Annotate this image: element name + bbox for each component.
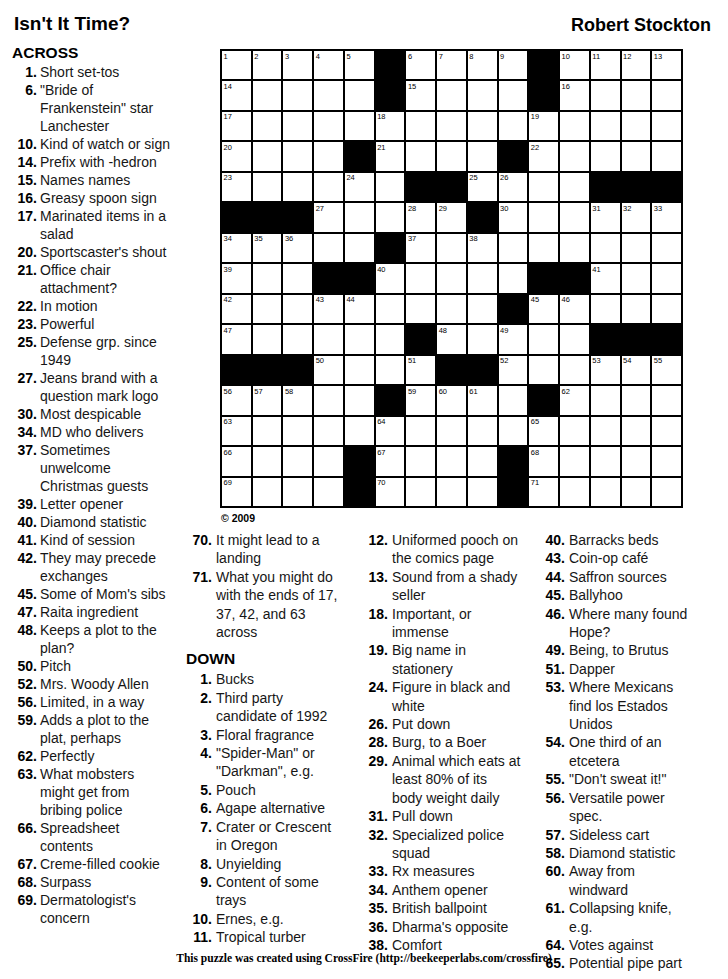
cell-r3c3[interactable] bbox=[283, 112, 312, 140]
cell-r1c8[interactable]: 7 bbox=[437, 51, 466, 79]
clue-text: Most despicable bbox=[40, 405, 170, 423]
cell-r9c9[interactable] bbox=[468, 295, 497, 323]
clue-number: 12. bbox=[362, 531, 388, 549]
cell-r13c1[interactable]: 63 bbox=[222, 417, 251, 445]
cell-r12c2[interactable]: 57 bbox=[253, 386, 282, 414]
cell-r2c10[interactable] bbox=[499, 81, 528, 109]
cell-r6c15[interactable]: 33 bbox=[652, 203, 681, 231]
cell-r10c9[interactable] bbox=[468, 325, 497, 353]
cell-r15c6[interactable]: 70 bbox=[376, 478, 405, 506]
clue-across-14: 14.Prefix with -hedron bbox=[12, 153, 182, 171]
cell-r2c3[interactable] bbox=[283, 81, 312, 109]
clue-down-58: 58.Diamond statistic bbox=[540, 844, 706, 862]
cell-r6c5[interactable] bbox=[345, 203, 374, 231]
cell-r1c3[interactable]: 3 bbox=[283, 51, 312, 79]
clue-across-22: 22.In motion bbox=[12, 297, 182, 315]
cell-r14c9[interactable] bbox=[468, 447, 497, 475]
cell-r4c14[interactable] bbox=[622, 142, 651, 170]
cell-r10c1[interactable]: 47 bbox=[222, 325, 251, 353]
clue-number: 44. bbox=[540, 568, 565, 586]
clue-down-33: 33.Rx measures bbox=[362, 862, 533, 880]
cell-r7c11[interactable] bbox=[529, 234, 558, 262]
clue-across-16: 16.Greasy spoon sign bbox=[12, 189, 182, 207]
clue-number: 46. bbox=[540, 605, 565, 623]
cell-r3c11[interactable]: 19 bbox=[529, 112, 558, 140]
cell-r11c4[interactable]: 50 bbox=[314, 356, 343, 384]
cell-r10c12[interactable] bbox=[560, 325, 589, 353]
cell-r3c14[interactable] bbox=[622, 112, 651, 140]
clue-across-27: 27.Jeans brand with a question mark logo bbox=[12, 369, 182, 405]
clue-text: British ballpoint bbox=[392, 899, 521, 917]
cell-r5c9[interactable]: 25 bbox=[468, 173, 497, 201]
cell-r11c13[interactable]: 53 bbox=[591, 356, 620, 384]
cell-r2c4[interactable] bbox=[314, 81, 343, 109]
cell-r13c6[interactable]: 64 bbox=[376, 417, 405, 445]
cell-r9c15[interactable] bbox=[652, 295, 681, 323]
cell-r2c2[interactable] bbox=[253, 81, 282, 109]
cell-r2c12[interactable]: 16 bbox=[560, 81, 589, 109]
cell-r5c4[interactable] bbox=[314, 173, 343, 201]
clue-text: Figure in black and white bbox=[392, 678, 521, 715]
cell-r13c10[interactable] bbox=[499, 417, 528, 445]
cell-r14c12[interactable] bbox=[560, 447, 589, 475]
clue-text: Saffron sources bbox=[569, 568, 693, 586]
clue-down-18: 18.Important, or immense bbox=[362, 605, 533, 642]
cell-r2c14[interactable] bbox=[622, 81, 651, 109]
cell-r11c15[interactable]: 55 bbox=[652, 356, 681, 384]
cell-r8c7[interactable] bbox=[406, 264, 435, 292]
cell-r8c13[interactable]: 41 bbox=[591, 264, 620, 292]
cell-r2c13[interactable] bbox=[591, 81, 620, 109]
down-heading: DOWN bbox=[186, 650, 353, 668]
clue-text: Anthem opener bbox=[392, 881, 521, 899]
clue-number: 1. bbox=[12, 63, 37, 81]
cell-r4c3[interactable] bbox=[283, 142, 312, 170]
clue-down-7: 7.Crater or Crescent in Oregon bbox=[186, 818, 353, 855]
clue-text: Versatile power spec. bbox=[569, 789, 693, 826]
cell-r14c1[interactable]: 66 bbox=[222, 447, 251, 475]
cell-r8c10[interactable] bbox=[499, 264, 528, 292]
clue-text: Burg, to a Boer bbox=[392, 733, 521, 751]
cell-r11c12[interactable] bbox=[560, 356, 589, 384]
cell-r12c7[interactable]: 59 bbox=[406, 386, 435, 414]
cell-r4c13[interactable] bbox=[591, 142, 620, 170]
cell-r4c4[interactable] bbox=[314, 142, 343, 170]
cell-r14c15[interactable] bbox=[652, 447, 681, 475]
clue-text: "Spider-Man" or "Darkman", e.g. bbox=[216, 744, 341, 781]
clue-down-28: 28.Burg, to a Boer bbox=[362, 733, 533, 751]
clue-text: They may precede exchanges bbox=[40, 549, 170, 585]
copyright-notice: © 2009 bbox=[221, 512, 255, 524]
cell-r10c2[interactable] bbox=[253, 325, 282, 353]
clue-number: 62. bbox=[12, 747, 37, 765]
cell-r6c14[interactable]: 32 bbox=[622, 203, 651, 231]
cell-r5c1[interactable]: 23 bbox=[222, 173, 251, 201]
cell-r9c8[interactable] bbox=[437, 295, 466, 323]
black-cell-r14c10 bbox=[499, 447, 528, 475]
cell-r12c10[interactable] bbox=[499, 386, 528, 414]
cell-number: 13 bbox=[654, 52, 662, 61]
cell-number: 51 bbox=[408, 356, 416, 365]
cell-r12c5[interactable] bbox=[345, 386, 374, 414]
cell-r5c2[interactable] bbox=[253, 173, 282, 201]
cell-r7c1[interactable]: 34 bbox=[222, 234, 251, 262]
cell-r15c7[interactable] bbox=[406, 478, 435, 506]
cell-r1c2[interactable]: 2 bbox=[253, 51, 282, 79]
cell-r1c12[interactable]: 10 bbox=[560, 51, 589, 79]
cell-r15c9[interactable] bbox=[468, 478, 497, 506]
clue-number: 56. bbox=[540, 789, 565, 807]
cell-r7c8[interactable] bbox=[437, 234, 466, 262]
cell-r14c11[interactable]: 68 bbox=[529, 447, 558, 475]
clue-down-36: 36.Dharma's opposite bbox=[362, 918, 533, 936]
cell-number: 26 bbox=[500, 173, 508, 182]
cell-r8c3[interactable] bbox=[283, 264, 312, 292]
clue-number: 24. bbox=[362, 678, 388, 696]
cell-r4c9[interactable] bbox=[468, 142, 497, 170]
clue-down-53: 53.Where Mexicans find los Estados Unido… bbox=[540, 678, 706, 733]
cell-r11c7[interactable]: 51 bbox=[406, 356, 435, 384]
cell-r12c15[interactable] bbox=[652, 386, 681, 414]
cell-r3c7[interactable] bbox=[406, 112, 435, 140]
cell-r5c10[interactable]: 26 bbox=[499, 173, 528, 201]
cell-number: 66 bbox=[224, 448, 232, 457]
clue-down-29: 29.Animal which eats at least 80% of its… bbox=[362, 752, 533, 807]
clue-text: Letter opener bbox=[40, 495, 170, 513]
cell-r4c8[interactable] bbox=[437, 142, 466, 170]
cell-r13c15[interactable] bbox=[652, 417, 681, 445]
clue-text: Limited, in a way bbox=[40, 693, 170, 711]
cell-r13c3[interactable] bbox=[283, 417, 312, 445]
clue-down-12: 12.Uniformed pooch on the comics page bbox=[362, 531, 533, 568]
cell-r8c14[interactable] bbox=[622, 264, 651, 292]
clue-number: 25. bbox=[12, 333, 37, 351]
cell-number: 43 bbox=[316, 295, 324, 304]
cell-r4c6[interactable]: 21 bbox=[376, 142, 405, 170]
cell-r10c8[interactable]: 48 bbox=[437, 325, 466, 353]
clue-number: 67. bbox=[12, 855, 37, 873]
clue-number: 10. bbox=[12, 135, 37, 153]
cell-r4c12[interactable] bbox=[560, 142, 589, 170]
cell-r8c9[interactable] bbox=[468, 264, 497, 292]
cell-r12c8[interactable]: 60 bbox=[437, 386, 466, 414]
cell-number: 42 bbox=[224, 295, 232, 304]
cell-r1c14[interactable]: 12 bbox=[622, 51, 651, 79]
cell-r14c2[interactable] bbox=[253, 447, 282, 475]
cell-number: 63 bbox=[224, 417, 232, 426]
cell-r13c14[interactable] bbox=[622, 417, 651, 445]
cell-r4c1[interactable]: 20 bbox=[222, 142, 251, 170]
cell-r7c5[interactable] bbox=[345, 234, 374, 262]
cell-r6c6[interactable] bbox=[376, 203, 405, 231]
cell-r11c14[interactable]: 54 bbox=[622, 356, 651, 384]
cell-r9c11[interactable]: 45 bbox=[529, 295, 558, 323]
cell-number: 45 bbox=[531, 295, 539, 304]
cell-number: 46 bbox=[562, 295, 570, 304]
cell-r15c8[interactable] bbox=[437, 478, 466, 506]
cell-number: 33 bbox=[654, 204, 662, 213]
cell-r5c3[interactable] bbox=[283, 173, 312, 201]
clue-text: Office chair attachment? bbox=[40, 261, 170, 297]
black-cell-r1c6 bbox=[376, 51, 405, 79]
cell-r1c5[interactable]: 5 bbox=[345, 51, 374, 79]
down-clue-list-continued: 12.Uniformed pooch on the comics page13.… bbox=[362, 531, 533, 954]
cell-r13c8[interactable] bbox=[437, 417, 466, 445]
cell-r9c3[interactable] bbox=[283, 295, 312, 323]
clue-across-30: 30.Most despicable bbox=[12, 405, 182, 423]
cell-r2c1[interactable]: 14 bbox=[222, 81, 251, 109]
cell-r14c3[interactable] bbox=[283, 447, 312, 475]
black-cell-r4c10 bbox=[499, 142, 528, 170]
cell-r13c12[interactable] bbox=[560, 417, 589, 445]
cell-r12c9[interactable]: 61 bbox=[468, 386, 497, 414]
cell-number: 40 bbox=[377, 265, 385, 274]
clue-text: Mrs. Woody Allen bbox=[40, 675, 170, 693]
clue-text: Barracks beds bbox=[569, 531, 693, 549]
cell-r15c12[interactable] bbox=[560, 478, 589, 506]
cell-r9c13[interactable] bbox=[591, 295, 620, 323]
clue-number: 69. bbox=[12, 891, 37, 909]
cell-r5c6[interactable] bbox=[376, 173, 405, 201]
cell-r7c9[interactable]: 38 bbox=[468, 234, 497, 262]
cell-r2c7[interactable]: 15 bbox=[406, 81, 435, 109]
cell-r3c12[interactable] bbox=[560, 112, 589, 140]
clue-number: 30. bbox=[12, 405, 37, 423]
cell-r3c8[interactable] bbox=[437, 112, 466, 140]
cell-r7c15[interactable] bbox=[652, 234, 681, 262]
cell-r15c3[interactable] bbox=[283, 478, 312, 506]
clue-text: MD who delivers bbox=[40, 423, 170, 441]
cell-r15c2[interactable] bbox=[253, 478, 282, 506]
clue-text: Collapsing knife, e.g. bbox=[569, 899, 693, 936]
clue-number: 20. bbox=[12, 243, 37, 261]
clue-number: 31. bbox=[362, 807, 388, 825]
cell-number: 2 bbox=[254, 52, 258, 61]
cell-r2c15[interactable] bbox=[652, 81, 681, 109]
cell-number: 5 bbox=[346, 52, 350, 61]
cell-r3c9[interactable] bbox=[468, 112, 497, 140]
cell-r13c2[interactable] bbox=[253, 417, 282, 445]
cell-r3c13[interactable] bbox=[591, 112, 620, 140]
cell-r15c13[interactable] bbox=[591, 478, 620, 506]
cell-r13c5[interactable] bbox=[345, 417, 374, 445]
clue-text: Spreadsheet contents bbox=[40, 819, 170, 855]
cell-r14c6[interactable]: 67 bbox=[376, 447, 405, 475]
cell-r3c5[interactable] bbox=[345, 112, 374, 140]
clue-across-10: 10.Kind of watch or sign bbox=[12, 135, 182, 153]
clue-across-69: 69.Dermatologist's concern bbox=[12, 891, 182, 927]
cell-r10c11[interactable] bbox=[529, 325, 558, 353]
cell-r6c12[interactable] bbox=[560, 203, 589, 231]
cell-r11c11[interactable] bbox=[529, 356, 558, 384]
cell-r12c3[interactable]: 58 bbox=[283, 386, 312, 414]
cell-r7c2[interactable]: 35 bbox=[253, 234, 282, 262]
cell-number: 37 bbox=[408, 234, 416, 243]
cell-r12c14[interactable] bbox=[622, 386, 651, 414]
clue-across-42: 42.They may precede exchanges bbox=[12, 549, 182, 585]
cell-r4c11[interactable]: 22 bbox=[529, 142, 558, 170]
cell-r13c4[interactable] bbox=[314, 417, 343, 445]
clue-across-50: 50.Pitch bbox=[12, 657, 182, 675]
clue-text: What you might do with the ends of 17, 3… bbox=[216, 568, 341, 642]
black-cell-r11c8 bbox=[437, 356, 466, 384]
cell-r14c4[interactable] bbox=[314, 447, 343, 475]
cell-r5c5[interactable]: 24 bbox=[345, 173, 374, 201]
black-cell-r2c6 bbox=[376, 81, 405, 109]
cell-r10c5[interactable] bbox=[345, 325, 374, 353]
cell-number: 11 bbox=[592, 52, 600, 61]
cell-number: 68 bbox=[531, 448, 539, 457]
cell-r8c6[interactable]: 40 bbox=[376, 264, 405, 292]
cell-r7c14[interactable] bbox=[622, 234, 651, 262]
cell-r10c10[interactable]: 49 bbox=[499, 325, 528, 353]
cell-r12c4[interactable] bbox=[314, 386, 343, 414]
cell-r9c6[interactable] bbox=[376, 295, 405, 323]
cell-r6c11[interactable] bbox=[529, 203, 558, 231]
cell-number: 25 bbox=[469, 173, 477, 182]
across-clue-list-continued: 70.It might lead to a landing71.What you… bbox=[186, 531, 353, 641]
cell-r3c1[interactable]: 17 bbox=[222, 112, 251, 140]
cell-r10c6[interactable] bbox=[376, 325, 405, 353]
cell-r14c13[interactable] bbox=[591, 447, 620, 475]
cell-r8c1[interactable]: 39 bbox=[222, 264, 251, 292]
clue-across-34: 34.MD who delivers bbox=[12, 423, 182, 441]
cell-r7c13[interactable] bbox=[591, 234, 620, 262]
cell-r7c4[interactable] bbox=[314, 234, 343, 262]
clue-text: What mobsters might get from bribing pol… bbox=[40, 765, 170, 819]
clue-down-10: 10.Ernes, e.g. bbox=[186, 910, 353, 928]
cell-r2c9[interactable] bbox=[468, 81, 497, 109]
cell-r6c13[interactable]: 31 bbox=[591, 203, 620, 231]
cell-number: 59 bbox=[408, 387, 416, 396]
cell-r7c7[interactable]: 37 bbox=[406, 234, 435, 262]
cell-r15c15[interactable] bbox=[652, 478, 681, 506]
cell-r7c3[interactable]: 36 bbox=[283, 234, 312, 262]
cell-r1c10[interactable]: 9 bbox=[499, 51, 528, 79]
cell-number: 15 bbox=[408, 82, 416, 91]
cell-r9c7[interactable] bbox=[406, 295, 435, 323]
cell-r13c11[interactable]: 65 bbox=[529, 417, 558, 445]
cell-r10c3[interactable] bbox=[283, 325, 312, 353]
cell-r14c8[interactable] bbox=[437, 447, 466, 475]
cell-r3c2[interactable] bbox=[253, 112, 282, 140]
clue-text: Names names bbox=[40, 171, 170, 189]
cell-r5c11[interactable] bbox=[529, 173, 558, 201]
cell-r15c1[interactable]: 69 bbox=[222, 478, 251, 506]
black-cell-r6c9 bbox=[468, 203, 497, 231]
clue-number: 10. bbox=[186, 910, 212, 928]
cell-r6c4[interactable]: 27 bbox=[314, 203, 343, 231]
cell-r9c14[interactable] bbox=[622, 295, 651, 323]
cell-r12c13[interactable] bbox=[591, 386, 620, 414]
black-cell-r6c3 bbox=[283, 203, 312, 231]
cell-r15c4[interactable] bbox=[314, 478, 343, 506]
clue-text: Big name in stationery bbox=[392, 641, 521, 678]
cell-r13c7[interactable] bbox=[406, 417, 435, 445]
clue-down-26: 26.Put down bbox=[362, 715, 533, 733]
cell-r9c1[interactable]: 42 bbox=[222, 295, 251, 323]
cell-r3c10[interactable] bbox=[499, 112, 528, 140]
cell-r5c12[interactable] bbox=[560, 173, 589, 201]
black-cell-r15c10 bbox=[499, 478, 528, 506]
cell-r8c15[interactable] bbox=[652, 264, 681, 292]
clue-number: 59. bbox=[12, 711, 37, 729]
cell-r1c9[interactable]: 8 bbox=[468, 51, 497, 79]
cell-r4c15[interactable] bbox=[652, 142, 681, 170]
crossword-grid: 1234567891011121314151617181920212223242… bbox=[220, 49, 683, 508]
cell-r6c10[interactable]: 30 bbox=[499, 203, 528, 231]
cell-number: 38 bbox=[469, 234, 477, 243]
cell-r13c13[interactable] bbox=[591, 417, 620, 445]
clue-number: 54. bbox=[540, 733, 565, 751]
black-cell-r6c1 bbox=[222, 203, 251, 231]
clue-number: 8. bbox=[186, 855, 212, 873]
clue-down-31: 31.Pull down bbox=[362, 807, 533, 825]
clue-number: 18. bbox=[362, 605, 388, 623]
cell-r15c11[interactable]: 71 bbox=[529, 478, 558, 506]
cell-r10c4[interactable] bbox=[314, 325, 343, 353]
cell-r9c5[interactable]: 44 bbox=[345, 295, 374, 323]
cell-r11c10[interactable]: 52 bbox=[499, 356, 528, 384]
cell-r9c2[interactable] bbox=[253, 295, 282, 323]
cell-r8c2[interactable] bbox=[253, 264, 282, 292]
clue-text: Diamond statistic bbox=[40, 513, 170, 531]
cell-r14c7[interactable] bbox=[406, 447, 435, 475]
cell-r7c12[interactable] bbox=[560, 234, 589, 262]
cell-r11c5[interactable] bbox=[345, 356, 374, 384]
cell-r1c4[interactable]: 4 bbox=[314, 51, 343, 79]
cell-r3c15[interactable] bbox=[652, 112, 681, 140]
cell-r4c2[interactable] bbox=[253, 142, 282, 170]
clue-down-8: 8.Unyielding bbox=[186, 855, 353, 873]
cell-r6c7[interactable]: 28 bbox=[406, 203, 435, 231]
down-clue-list: 1.Bucks2.Third party candidate of 19923.… bbox=[186, 670, 353, 946]
cell-r15c14[interactable] bbox=[622, 478, 651, 506]
cell-number: 56 bbox=[224, 387, 232, 396]
cell-r6c8[interactable]: 29 bbox=[437, 203, 466, 231]
cell-r8c8[interactable] bbox=[437, 264, 466, 292]
cell-r1c1[interactable]: 1 bbox=[222, 51, 251, 79]
cell-number: 70 bbox=[377, 478, 385, 487]
clue-text: Third party candidate of 1992 bbox=[216, 689, 341, 726]
cell-r7c10[interactable] bbox=[499, 234, 528, 262]
clue-text: Jeans brand with a question mark logo bbox=[40, 369, 170, 405]
cell-r12c12[interactable]: 62 bbox=[560, 386, 589, 414]
cell-r1c7[interactable]: 6 bbox=[406, 51, 435, 79]
clue-number: 52. bbox=[12, 675, 37, 693]
black-cell-r8c5 bbox=[345, 264, 374, 292]
cell-r9c12[interactable]: 46 bbox=[560, 295, 589, 323]
cell-r2c8[interactable] bbox=[437, 81, 466, 109]
clue-number: 28. bbox=[362, 733, 388, 751]
cell-r11c6[interactable] bbox=[376, 356, 405, 384]
cell-r1c15[interactable]: 13 bbox=[652, 51, 681, 79]
cell-r2c5[interactable] bbox=[345, 81, 374, 109]
cell-r14c14[interactable] bbox=[622, 447, 651, 475]
cell-r4c7[interactable] bbox=[406, 142, 435, 170]
clue-number: 16. bbox=[12, 189, 37, 207]
clue-down-40: 40.Barracks beds bbox=[540, 531, 706, 549]
clue-across-37: 37.Sometimes unwelcome Christmas guests bbox=[12, 441, 182, 495]
clue-text: Keeps a plot to the plan? bbox=[40, 621, 170, 657]
clue-text: Surpass bbox=[40, 873, 170, 891]
cell-r3c6[interactable]: 18 bbox=[376, 112, 405, 140]
cell-r3c4[interactable] bbox=[314, 112, 343, 140]
cell-r12c1[interactable]: 56 bbox=[222, 386, 251, 414]
cell-r1c13[interactable]: 11 bbox=[591, 51, 620, 79]
cell-r13c9[interactable] bbox=[468, 417, 497, 445]
cell-r9c4[interactable]: 43 bbox=[314, 295, 343, 323]
